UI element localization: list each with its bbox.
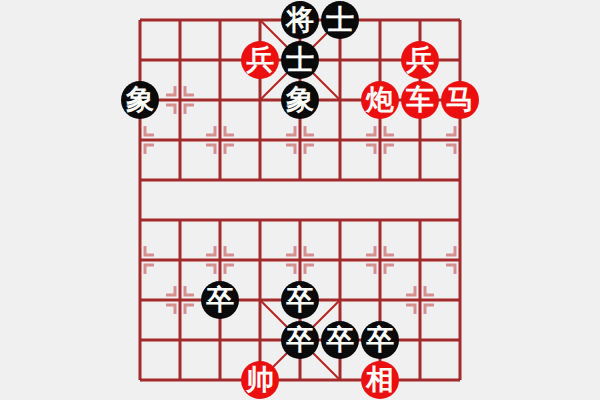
piece-black-soldier[interactable]: 卒 bbox=[321, 321, 359, 359]
piece-red-general[interactable]: 帅 bbox=[241, 361, 279, 399]
piece-red-elephant[interactable]: 相 bbox=[361, 361, 399, 399]
piece-red-soldier[interactable]: 兵 bbox=[241, 41, 279, 79]
piece-black-elephant[interactable]: 象 bbox=[121, 81, 159, 119]
piece-red-horse[interactable]: 马 bbox=[441, 81, 479, 119]
piece-black-soldier[interactable]: 卒 bbox=[201, 281, 239, 319]
piece-red-chariot[interactable]: 车 bbox=[401, 81, 439, 119]
piece-black-general[interactable]: 将 bbox=[281, 1, 319, 39]
piece-black-advisor[interactable]: 士 bbox=[281, 41, 319, 79]
piece-black-soldier[interactable]: 卒 bbox=[281, 321, 319, 359]
piece-red-cannon[interactable]: 炮 bbox=[361, 81, 399, 119]
piece-red-soldier[interactable]: 兵 bbox=[401, 41, 439, 79]
piece-black-advisor[interactable]: 士 bbox=[321, 1, 359, 39]
board-grid: 将士兵士兵象象炮车马卒卒卒卒卒帅相 bbox=[120, 0, 480, 400]
piece-black-soldier[interactable]: 卒 bbox=[281, 281, 319, 319]
piece-black-soldier[interactable]: 卒 bbox=[361, 321, 399, 359]
xiangqi-app: 将士兵士兵象象炮车马卒卒卒卒卒帅相 bbox=[0, 0, 600, 400]
piece-black-elephant[interactable]: 象 bbox=[281, 81, 319, 119]
xiangqi-board: 将士兵士兵象象炮车马卒卒卒卒卒帅相 bbox=[0, 0, 600, 400]
